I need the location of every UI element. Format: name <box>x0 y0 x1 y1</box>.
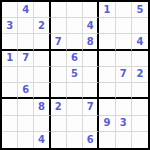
cell-r7c1[interactable] <box>2 99 18 115</box>
cell-r6c5[interactable] <box>67 83 83 99</box>
cell-r3c3[interactable] <box>34 34 50 50</box>
cell-r6c4[interactable] <box>51 83 67 99</box>
cell-r1c8[interactable] <box>116 2 132 18</box>
cell-r1c1[interactable] <box>2 2 18 18</box>
cell-r7c9[interactable] <box>132 99 148 115</box>
cell-r8c2[interactable] <box>18 116 34 132</box>
cell-r9c3[interactable]: 4 <box>34 132 50 148</box>
cell-r6c7[interactable] <box>99 83 115 99</box>
cell-r8c4[interactable] <box>51 116 67 132</box>
cell-r4c4[interactable] <box>51 51 67 67</box>
cell-r6c1[interactable] <box>2 83 18 99</box>
cell-r5c9[interactable]: 2 <box>132 67 148 83</box>
cell-r3c2[interactable] <box>18 34 34 50</box>
cell-r5c8[interactable]: 7 <box>116 67 132 83</box>
cell-r6c3[interactable] <box>34 83 50 99</box>
cell-r9c5[interactable] <box>67 132 83 148</box>
cell-r2c7[interactable] <box>99 18 115 34</box>
cell-r8c7[interactable]: 9 <box>99 116 115 132</box>
cell-r1c3[interactable] <box>34 2 50 18</box>
cell-r2c9[interactable] <box>132 18 148 34</box>
cell-r9c6[interactable]: 6 <box>83 132 99 148</box>
cell-r7c5[interactable] <box>67 99 83 115</box>
cell-r5c4[interactable] <box>51 67 67 83</box>
cell-r7c2[interactable] <box>18 99 34 115</box>
cell-r2c3[interactable]: 2 <box>34 18 50 34</box>
cell-r9c8[interactable] <box>116 132 132 148</box>
cell-r3c4[interactable]: 7 <box>51 34 67 50</box>
cell-r7c3[interactable]: 8 <box>34 99 50 115</box>
cell-r7c6[interactable]: 7 <box>83 99 99 115</box>
cell-r2c8[interactable] <box>116 18 132 34</box>
cell-r5c5[interactable]: 5 <box>67 67 83 83</box>
cell-r2c1[interactable]: 3 <box>2 18 18 34</box>
cell-r7c7[interactable] <box>99 99 115 115</box>
cell-r3c7[interactable] <box>99 34 115 50</box>
cell-r7c4[interactable]: 2 <box>51 99 67 115</box>
cell-r9c1[interactable] <box>2 132 18 148</box>
sudoku-page: 41532478417657268279346 <box>0 0 150 150</box>
cell-r2c2[interactable] <box>18 18 34 34</box>
cell-r4c1[interactable]: 1 <box>2 51 18 67</box>
cell-r1c4[interactable] <box>51 2 67 18</box>
cell-r4c2[interactable]: 7 <box>18 51 34 67</box>
cell-r1c9[interactable]: 5 <box>132 2 148 18</box>
cell-r3c1[interactable] <box>2 34 18 50</box>
cell-r6c9[interactable] <box>132 83 148 99</box>
cell-r9c2[interactable] <box>18 132 34 148</box>
cell-r8c8[interactable]: 3 <box>116 116 132 132</box>
sudoku-board: 41532478417657268279346 <box>0 0 150 150</box>
cell-r8c5[interactable] <box>67 116 83 132</box>
cell-r5c6[interactable] <box>83 67 99 83</box>
cell-r9c7[interactable] <box>99 132 115 148</box>
cell-r1c5[interactable] <box>67 2 83 18</box>
cell-r3c8[interactable] <box>116 34 132 50</box>
cell-r7c8[interactable] <box>116 99 132 115</box>
cell-r5c2[interactable] <box>18 67 34 83</box>
cell-r3c9[interactable]: 4 <box>132 34 148 50</box>
cell-r8c3[interactable] <box>34 116 50 132</box>
cell-r4c9[interactable] <box>132 51 148 67</box>
cell-r3c6[interactable]: 8 <box>83 34 99 50</box>
cell-r4c3[interactable] <box>34 51 50 67</box>
cell-r9c9[interactable] <box>132 132 148 148</box>
cell-r9c4[interactable] <box>51 132 67 148</box>
cell-r1c7[interactable]: 1 <box>99 2 115 18</box>
cell-r1c2[interactable]: 4 <box>18 2 34 18</box>
cell-r2c4[interactable] <box>51 18 67 34</box>
cell-r8c1[interactable] <box>2 116 18 132</box>
cell-r1c6[interactable] <box>83 2 99 18</box>
cell-r3c5[interactable] <box>67 34 83 50</box>
cell-r4c6[interactable] <box>83 51 99 67</box>
cell-r5c3[interactable] <box>34 67 50 83</box>
cell-r5c7[interactable] <box>99 67 115 83</box>
cell-r4c7[interactable] <box>99 51 115 67</box>
cell-r8c9[interactable] <box>132 116 148 132</box>
cell-r6c6[interactable] <box>83 83 99 99</box>
cell-r4c8[interactable] <box>116 51 132 67</box>
cell-r6c2[interactable]: 6 <box>18 83 34 99</box>
cell-r6c8[interactable] <box>116 83 132 99</box>
cell-r5c1[interactable] <box>2 67 18 83</box>
cell-r2c6[interactable]: 4 <box>83 18 99 34</box>
cell-r4c5[interactable]: 6 <box>67 51 83 67</box>
cell-r2c5[interactable] <box>67 18 83 34</box>
cell-r8c6[interactable] <box>83 116 99 132</box>
